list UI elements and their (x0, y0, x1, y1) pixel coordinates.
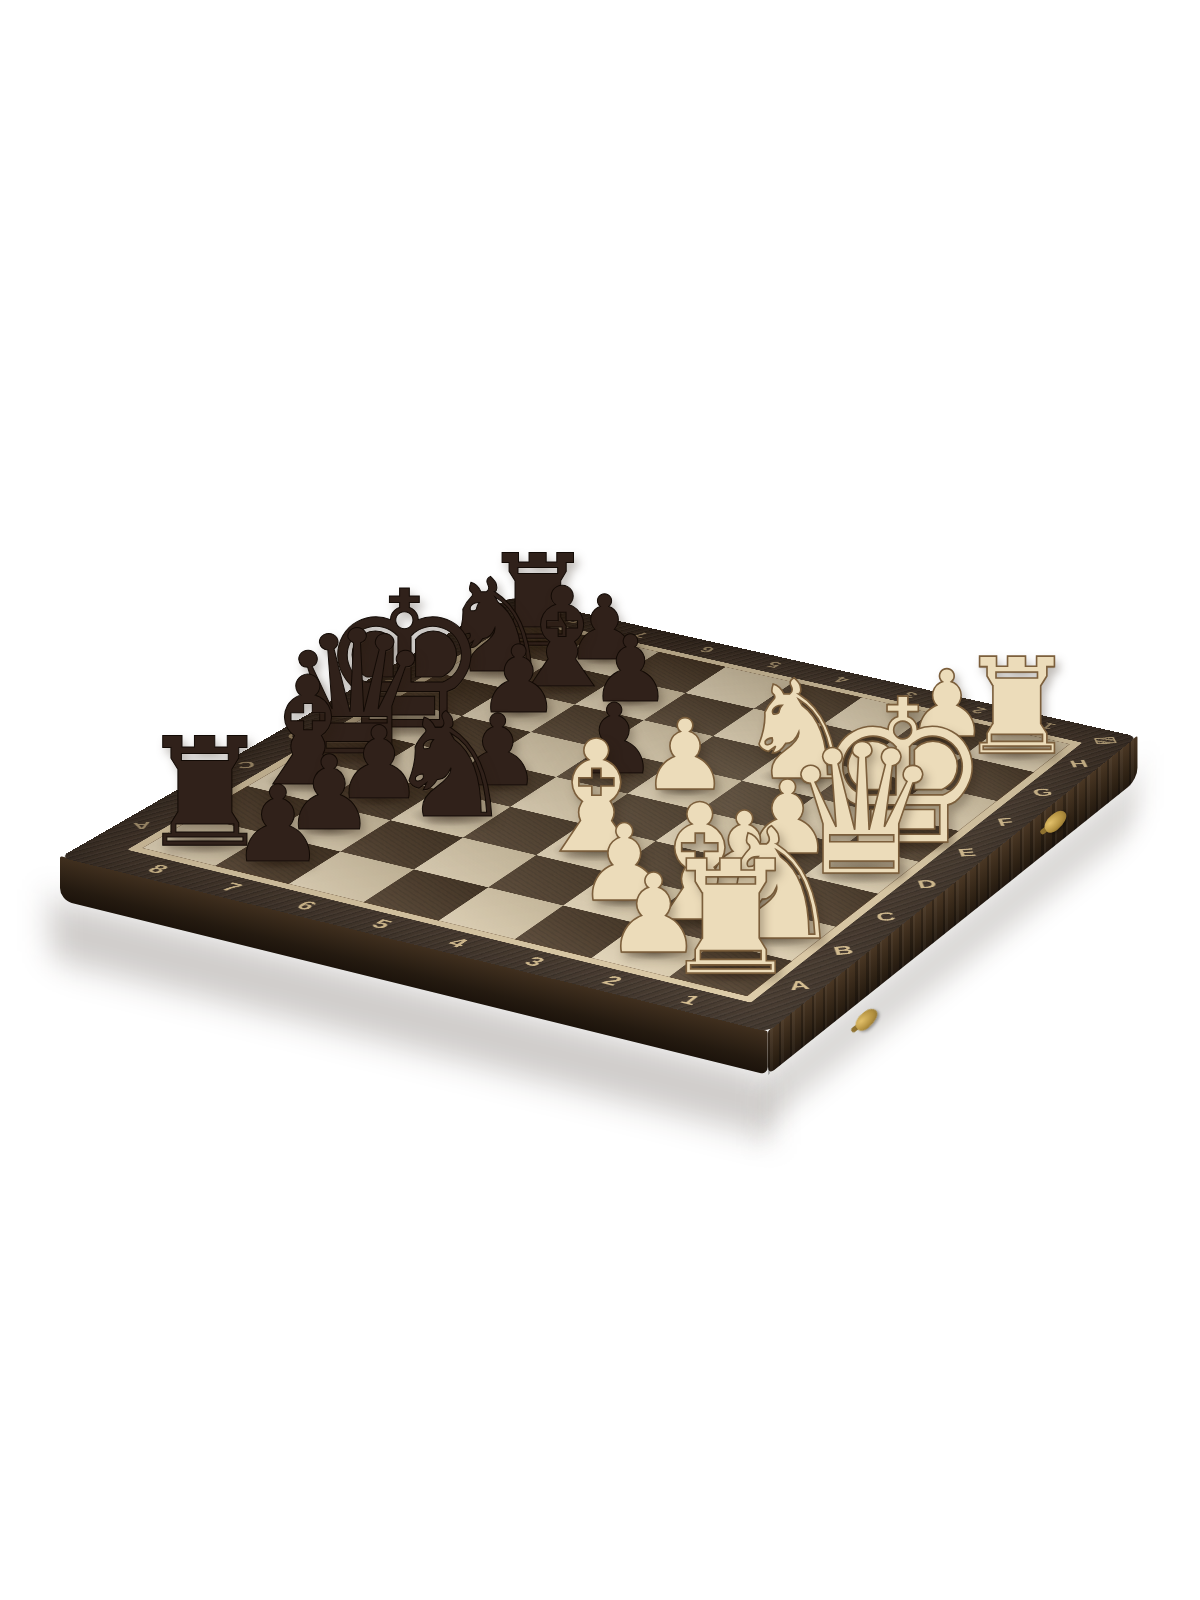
piece-white-rook[interactable]: ♜ (660, 840, 801, 998)
rank-label: 5 (367, 917, 396, 931)
product-photo: 8AA87BB76CC65DD54EE43FF32GG21HH1 ♜♝♛♚♞♜♟… (0, 0, 1200, 1600)
rank-label: 4 (443, 936, 472, 950)
rank-label: 3 (520, 955, 548, 969)
piece-black-knight[interactable]: ♞ (386, 695, 516, 840)
rank-label: 6 (292, 899, 321, 912)
maker-stamp-icon (1094, 737, 1117, 744)
piece-black-pawn[interactable]: ♟ (231, 772, 326, 878)
file-label: G (1031, 787, 1055, 798)
file-label: F (996, 816, 1016, 827)
rank-label-far: 6 (697, 645, 718, 654)
